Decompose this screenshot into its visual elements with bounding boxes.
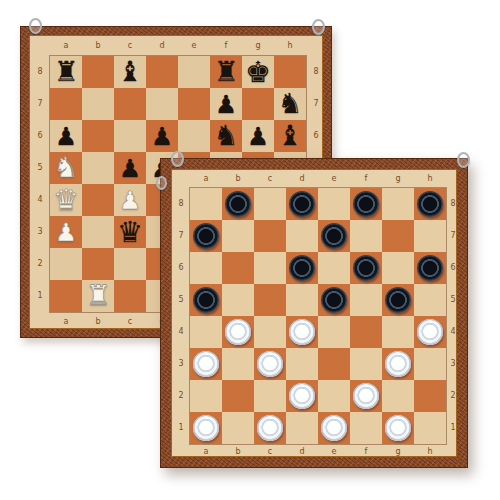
checker-white-man-e1[interactable]	[321, 415, 347, 441]
checkers-file-label: b	[222, 448, 254, 456]
checker-white-man-a1[interactable]	[193, 415, 219, 441]
hanger-ring-icon	[457, 152, 470, 168]
checker-white-man-c3[interactable]	[257, 351, 283, 377]
chess-file-label: f	[210, 42, 242, 50]
checker-white-man-b4[interactable]	[225, 319, 251, 345]
chess-rank-label: 3	[30, 216, 50, 248]
checkers-rank-label: 8	[172, 188, 190, 220]
checker-white-man-h4[interactable]	[417, 319, 443, 345]
chess-rank-label: 4	[30, 184, 50, 216]
chess-file-label: e	[178, 42, 210, 50]
chess-piece-black-rook-a8[interactable]: ♜	[50, 56, 82, 88]
checkers-rank-label: 4	[172, 316, 190, 348]
checkers-rank-label: 6	[446, 252, 460, 284]
checker-white-man-a3[interactable]	[193, 351, 219, 377]
chess-piece-black-queen-c3[interactable]: ♛	[114, 216, 146, 248]
checkers-file-label: e	[318, 175, 350, 183]
checker-black-man-a5[interactable]	[193, 287, 219, 313]
checkers-rank-label: 2	[446, 380, 460, 412]
chess-piece-white-pawn-a3[interactable]: ♟	[50, 216, 82, 248]
checkers-rank-labels-left: 87654321	[172, 188, 190, 444]
checker-black-man-h6[interactable]	[417, 255, 443, 281]
chess-file-label: c	[114, 318, 146, 326]
chess-rank-label: 2	[30, 248, 50, 280]
chess-rank-labels-left: 87654321	[30, 56, 50, 312]
checkers-file-label: c	[254, 448, 286, 456]
hanger-ring-icon	[156, 176, 167, 190]
checkers-rank-label: 7	[446, 220, 460, 252]
chess-piece-black-bishop-c8[interactable]: ♝	[114, 56, 146, 88]
chess-piece-black-knight-h7[interactable]: ♞	[274, 88, 306, 120]
checker-black-man-e5[interactable]	[321, 287, 347, 313]
checkers-rank-label: 1	[172, 412, 190, 444]
checkers-file-labels-top: abcdefgh	[190, 170, 446, 188]
checkers-file-label: h	[414, 448, 446, 456]
chess-piece-black-bishop-h6[interactable]: ♝	[274, 120, 306, 152]
chess-piece-black-king-g8[interactable]: ♚	[242, 56, 274, 88]
checkers-demo-board: abcdefgh abcdefgh 87654321 87654321	[160, 158, 468, 468]
chess-file-label: h	[274, 42, 306, 50]
chess-file-label: a	[50, 318, 82, 326]
checker-white-man-d2[interactable]	[289, 383, 315, 409]
checkers-rank-label: 4	[446, 316, 460, 348]
chess-piece-black-pawn-a6[interactable]: ♟	[50, 120, 82, 152]
hanger-ring-icon	[312, 19, 325, 35]
chess-piece-white-knight-a5[interactable]: ♞	[50, 152, 82, 184]
chess-rank-label: 8	[30, 56, 50, 88]
checker-black-man-b8[interactable]	[225, 191, 251, 217]
checker-black-man-d8[interactable]	[289, 191, 315, 217]
checkers-rank-label: 1	[446, 412, 460, 444]
checkers-file-label: b	[222, 175, 254, 183]
checkers-file-labels-bottom: abcdefgh	[190, 444, 446, 460]
chess-file-label: d	[146, 42, 178, 50]
checkers-rank-label: 7	[172, 220, 190, 252]
checkers-file-label: d	[286, 448, 318, 456]
chess-file-label: g	[242, 42, 274, 50]
chess-rank-label: 1	[30, 280, 50, 312]
chess-piece-black-pawn-g6[interactable]: ♟	[242, 120, 274, 152]
checker-black-man-f6[interactable]	[353, 255, 379, 281]
checkers-rank-label: 3	[446, 348, 460, 380]
checkers-rank-labels-right: 87654321	[446, 188, 460, 444]
checker-white-man-f2[interactable]	[353, 383, 379, 409]
checker-white-man-g1[interactable]	[385, 415, 411, 441]
chess-rank-label: 5	[30, 152, 50, 184]
checkers-file-label: f	[350, 448, 382, 456]
checker-black-man-g5[interactable]	[385, 287, 411, 313]
checkers-file-label: f	[350, 175, 382, 183]
chess-rank-label: 7	[306, 88, 326, 120]
checkers-file-label: h	[414, 175, 446, 183]
checker-white-man-g3[interactable]	[385, 351, 411, 377]
chess-file-labels-top: abcdefgh	[50, 36, 306, 56]
checkers-file-label: g	[382, 448, 414, 456]
chess-rank-label: 8	[306, 56, 326, 88]
chess-piece-white-pawn-c4[interactable]: ♟	[114, 184, 146, 216]
chess-file-label: a	[50, 42, 82, 50]
chess-piece-black-pawn-c5[interactable]: ♟	[114, 152, 146, 184]
checker-white-man-c1[interactable]	[257, 415, 283, 441]
checkers-rank-label: 5	[172, 284, 190, 316]
checker-white-man-d4[interactable]	[289, 319, 315, 345]
chess-piece-black-pawn-f7[interactable]: ♟	[210, 88, 242, 120]
checkers-pieces-layer	[190, 188, 446, 444]
checkers-board-margin: abcdefgh abcdefgh 87654321 87654321	[171, 169, 457, 457]
checkers-file-label: c	[254, 175, 286, 183]
chess-file-label: b	[82, 318, 114, 326]
checkers-file-label: e	[318, 448, 350, 456]
chess-piece-black-pawn-d6[interactable]: ♟	[146, 120, 178, 152]
checker-black-man-d6[interactable]	[289, 255, 315, 281]
checkers-rank-label: 8	[446, 188, 460, 220]
chess-file-label: b	[82, 42, 114, 50]
checkers-file-label: a	[190, 448, 222, 456]
chess-file-label: c	[114, 42, 146, 50]
chess-piece-white-queen-a4[interactable]: ♛	[50, 184, 82, 216]
chess-rank-label: 6	[30, 120, 50, 152]
checker-black-man-a7[interactable]	[193, 223, 219, 249]
chess-piece-black-knight-f6[interactable]: ♞	[210, 120, 242, 152]
checkers-file-label: a	[190, 175, 222, 183]
checkers-file-label: g	[382, 175, 414, 183]
checkers-rank-label: 3	[172, 348, 190, 380]
checker-black-man-e7[interactable]	[321, 223, 347, 249]
checker-black-man-f8[interactable]	[353, 191, 379, 217]
checker-black-man-h8[interactable]	[417, 191, 443, 217]
chess-piece-black-rook-f8[interactable]: ♜	[210, 56, 242, 88]
checkers-rank-label: 6	[172, 252, 190, 284]
hanger-ring-icon	[171, 151, 184, 167]
chess-rank-label: 6	[306, 120, 326, 152]
chess-piece-white-rook-b1[interactable]: ♜	[82, 280, 114, 312]
chess-rank-label: 7	[30, 88, 50, 120]
checkers-rank-label: 5	[446, 284, 460, 316]
checkers-file-label: d	[286, 175, 318, 183]
hanger-ring-icon	[29, 18, 42, 34]
checkers-rank-label: 2	[172, 380, 190, 412]
